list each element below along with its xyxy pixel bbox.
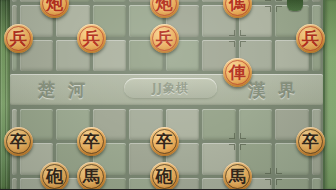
piece-red-chariot[interactable]: 俥	[223, 58, 252, 87]
piece-red-soldier[interactable]: 兵	[77, 24, 106, 53]
piece-red-soldier[interactable]: 兵	[4, 24, 33, 53]
river-band: 楚河 JJ象棋 漢界	[10, 74, 323, 105]
piece-glyph: 兵	[302, 30, 319, 47]
piece-glyph: 俥	[229, 64, 246, 81]
position-marker	[229, 133, 246, 150]
board-frame-right	[323, 0, 336, 189]
board-tile	[312, 0, 321, 2]
piece-glyph: 馬	[229, 168, 246, 185]
piece-glyph: 兵	[156, 30, 173, 47]
piece-glyph: 卒	[10, 133, 27, 150]
board-tile	[12, 0, 17, 2]
piece-glyph: 卒	[83, 133, 100, 150]
piece-black-soldier[interactable]: 卒	[296, 127, 325, 156]
piece-black-horse[interactable]: 馬	[77, 162, 106, 190]
piece-glyph: 兵	[10, 30, 27, 47]
board-tile	[312, 178, 321, 190]
piece-black-horse[interactable]: 馬	[223, 162, 252, 190]
piece-glyph: 傌	[229, 0, 246, 12]
piece-black-soldier[interactable]: 卒	[4, 127, 33, 156]
piece-glyph: 卒	[156, 133, 173, 150]
piece-glyph: 馬	[83, 168, 100, 185]
piece-glyph: 炮	[156, 0, 173, 12]
piece-red-soldier[interactable]: 兵	[296, 24, 325, 53]
river-text-han-jie: 漢界	[248, 79, 308, 102]
position-marker	[229, 30, 246, 47]
app-logo-text: JJ象棋	[152, 80, 189, 97]
piece-glyph: 卒	[302, 133, 319, 150]
xiangqi-board[interactable]: 楚河 JJ象棋 漢界 炮炮傌兵兵兵兵俥卒卒卒卒砲馬砲馬	[0, 0, 336, 189]
river-text-chu-he: 楚河	[38, 79, 98, 102]
board-tile	[93, 0, 127, 2]
position-marker	[265, 0, 282, 12]
piece-black-soldier[interactable]: 卒	[150, 127, 179, 156]
board-tile	[12, 178, 17, 190]
app-logo: JJ象棋	[124, 78, 217, 98]
piece-black-cannon[interactable]: 砲	[40, 162, 69, 190]
piece-red-soldier[interactable]: 兵	[150, 24, 179, 53]
position-marker	[265, 168, 282, 185]
piece-glyph: 砲	[46, 168, 63, 185]
piece-glyph: 炮	[46, 0, 63, 12]
piece-glyph: 兵	[83, 30, 100, 47]
piece-glyph: 砲	[156, 168, 173, 185]
piece-black-cannon[interactable]: 砲	[150, 162, 179, 190]
frame-ornament	[287, 0, 303, 11]
piece-black-soldier[interactable]: 卒	[77, 127, 106, 156]
